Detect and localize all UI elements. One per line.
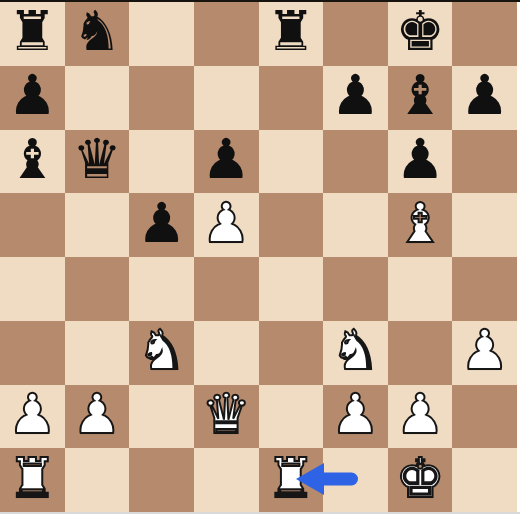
white-pawn-a2[interactable]: ♟: [8, 387, 57, 442]
square-h2[interactable]: [452, 385, 517, 449]
square-a5[interactable]: [0, 193, 65, 257]
square-g5[interactable]: ♝: [388, 193, 453, 257]
square-e3[interactable]: [259, 321, 324, 385]
square-b2[interactable]: ♟: [65, 385, 130, 449]
black-pawn-a7[interactable]: ♟: [8, 68, 57, 123]
square-b1[interactable]: [65, 448, 130, 512]
square-c2[interactable]: [129, 385, 194, 449]
square-b4[interactable]: [65, 257, 130, 321]
square-c6[interactable]: [129, 130, 194, 194]
square-b7[interactable]: [65, 66, 130, 130]
white-queen-d2[interactable]: ♛: [202, 387, 251, 442]
white-bishop-g5[interactable]: ♝: [395, 196, 444, 251]
square-e8[interactable]: ♜: [259, 2, 324, 66]
square-a7[interactable]: ♟: [0, 66, 65, 130]
square-e6[interactable]: [259, 130, 324, 194]
white-knight-c3[interactable]: ♞: [137, 323, 186, 378]
square-f3[interactable]: ♞: [323, 321, 388, 385]
square-g1[interactable]: ♚: [388, 448, 453, 512]
white-pawn-f2[interactable]: ♟: [331, 387, 380, 442]
black-pawn-f7[interactable]: ♟: [331, 68, 380, 123]
square-d4[interactable]: [194, 257, 259, 321]
black-pawn-c5[interactable]: ♟: [137, 196, 186, 251]
square-d3[interactable]: [194, 321, 259, 385]
square-g8[interactable]: ♚: [388, 2, 453, 66]
square-b5[interactable]: [65, 193, 130, 257]
square-d1[interactable]: [194, 448, 259, 512]
white-rook-a1[interactable]: ♜: [8, 451, 57, 506]
white-pawn-b2[interactable]: ♟: [72, 387, 121, 442]
square-f1[interactable]: [323, 448, 388, 512]
square-h4[interactable]: [452, 257, 517, 321]
square-c3[interactable]: ♞: [129, 321, 194, 385]
square-e2[interactable]: [259, 385, 324, 449]
white-rook-e1[interactable]: ♜: [266, 451, 315, 506]
square-g2[interactable]: ♟: [388, 385, 453, 449]
white-pawn-g2[interactable]: ♟: [395, 387, 444, 442]
square-h3[interactable]: ♟: [452, 321, 517, 385]
square-f2[interactable]: ♟: [323, 385, 388, 449]
black-pawn-h7[interactable]: ♟: [460, 68, 509, 123]
black-knight-b8[interactable]: ♞: [72, 4, 121, 59]
square-d5[interactable]: ♟: [194, 193, 259, 257]
square-g6[interactable]: ♟: [388, 130, 453, 194]
square-a1[interactable]: ♜: [0, 448, 65, 512]
square-e7[interactable]: [259, 66, 324, 130]
square-e5[interactable]: [259, 193, 324, 257]
square-f7[interactable]: ♟: [323, 66, 388, 130]
black-king-g8[interactable]: ♚: [395, 4, 444, 59]
black-rook-a8[interactable]: ♜: [8, 4, 57, 59]
black-bishop-a6[interactable]: ♝: [8, 132, 57, 187]
square-g4[interactable]: [388, 257, 453, 321]
square-h5[interactable]: [452, 193, 517, 257]
chess-board-wrapper: ♜♞♜♚♟♟♝♟♝♛♟♟♟♟♝♞♞♟♟♟♛♟♟♜♜♚: [0, 0, 520, 514]
white-pawn-d5[interactable]: ♟: [202, 196, 251, 251]
square-h7[interactable]: ♟: [452, 66, 517, 130]
square-a6[interactable]: ♝: [0, 130, 65, 194]
square-b6[interactable]: ♛: [65, 130, 130, 194]
square-f6[interactable]: [323, 130, 388, 194]
square-d7[interactable]: [194, 66, 259, 130]
square-b8[interactable]: ♞: [65, 2, 130, 66]
square-f5[interactable]: [323, 193, 388, 257]
square-c8[interactable]: [129, 2, 194, 66]
square-e4[interactable]: [259, 257, 324, 321]
square-g3[interactable]: [388, 321, 453, 385]
square-d6[interactable]: ♟: [194, 130, 259, 194]
square-a2[interactable]: ♟: [0, 385, 65, 449]
square-a3[interactable]: [0, 321, 65, 385]
black-bishop-g7[interactable]: ♝: [395, 68, 444, 123]
black-rook-e8[interactable]: ♜: [266, 4, 315, 59]
square-d2[interactable]: ♛: [194, 385, 259, 449]
chess-board[interactable]: ♜♞♜♚♟♟♝♟♝♛♟♟♟♟♝♞♞♟♟♟♛♟♟♜♜♚: [0, 2, 517, 512]
square-h8[interactable]: [452, 2, 517, 66]
square-a4[interactable]: [0, 257, 65, 321]
black-pawn-g6[interactable]: ♟: [395, 132, 444, 187]
square-h6[interactable]: [452, 130, 517, 194]
square-g7[interactable]: ♝: [388, 66, 453, 130]
white-king-g1[interactable]: ♚: [395, 451, 444, 506]
square-c7[interactable]: [129, 66, 194, 130]
square-d8[interactable]: [194, 2, 259, 66]
square-a8[interactable]: ♜: [0, 2, 65, 66]
square-b3[interactable]: [65, 321, 130, 385]
square-f8[interactable]: [323, 2, 388, 66]
square-c4[interactable]: [129, 257, 194, 321]
black-pawn-d6[interactable]: ♟: [202, 132, 251, 187]
white-pawn-h3[interactable]: ♟: [460, 323, 509, 378]
white-knight-f3[interactable]: ♞: [331, 323, 380, 378]
black-queen-b6[interactable]: ♛: [72, 132, 121, 187]
square-c5[interactable]: ♟: [129, 193, 194, 257]
square-h1[interactable]: [452, 448, 517, 512]
square-c1[interactable]: [129, 448, 194, 512]
square-e1[interactable]: ♜: [259, 448, 324, 512]
square-f4[interactable]: [323, 257, 388, 321]
